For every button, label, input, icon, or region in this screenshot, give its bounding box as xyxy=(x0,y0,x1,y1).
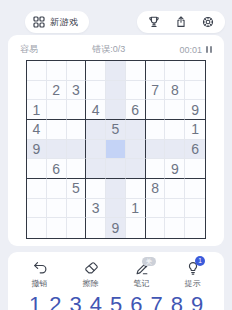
cell-r2c1[interactable] xyxy=(27,81,47,101)
cell-r9c5[interactable]: 9 xyxy=(106,218,126,238)
settings-gear-icon xyxy=(201,15,215,29)
cell-r2c6[interactable] xyxy=(126,81,146,101)
numpad-5[interactable]: 5 xyxy=(107,292,125,310)
cell-r2c7[interactable]: 7 xyxy=(146,81,166,101)
cell-r3c2[interactable] xyxy=(47,100,67,120)
cell-r7c4[interactable] xyxy=(86,179,106,199)
cell-r8c6[interactable]: 1 xyxy=(126,199,146,219)
cell-r6c6[interactable] xyxy=(126,159,146,179)
cell-r1c7[interactable] xyxy=(146,61,166,81)
undo-label: 撤销 xyxy=(32,278,48,289)
timer: 00:01 xyxy=(179,45,202,55)
erase-label: 擦除 xyxy=(83,278,99,289)
cell-r8c5[interactable] xyxy=(106,199,126,219)
cell-r2c9[interactable] xyxy=(185,81,205,101)
cell-r1c3[interactable] xyxy=(67,61,87,81)
cell-r3c7[interactable] xyxy=(146,100,166,120)
hint-label: 提示 xyxy=(185,278,201,289)
cell-r1c4[interactable] xyxy=(86,61,106,81)
numpad-4[interactable]: 4 xyxy=(87,292,105,310)
numpad-9[interactable]: 9 xyxy=(188,292,206,310)
cell-r2c4[interactable] xyxy=(86,81,106,101)
cell-r9c9[interactable] xyxy=(185,218,205,238)
cell-r6c2[interactable]: 6 xyxy=(47,159,67,179)
cell-r8c4[interactable]: 3 xyxy=(86,199,106,219)
mistakes-counter: 错误:0/3 xyxy=(38,43,179,56)
trophy-icon xyxy=(147,15,161,29)
cell-r8c2[interactable] xyxy=(47,199,67,219)
notes-badge: 关 xyxy=(142,257,157,266)
cell-r8c7[interactable] xyxy=(146,199,166,219)
cell-r7c1[interactable] xyxy=(27,179,47,199)
cell-r5c5[interactable] xyxy=(106,140,126,160)
cell-r3c4[interactable]: 4 xyxy=(86,100,106,120)
cell-r9c6[interactable] xyxy=(126,218,146,238)
cell-r9c7[interactable] xyxy=(146,218,166,238)
cell-r8c1[interactable] xyxy=(27,199,47,219)
cell-r9c8[interactable] xyxy=(165,218,185,238)
settings-button[interactable] xyxy=(201,15,215,29)
undo-icon xyxy=(31,260,49,276)
cell-r8c9[interactable] xyxy=(185,199,205,219)
numpad-8[interactable]: 8 xyxy=(168,292,186,310)
cell-r8c8[interactable] xyxy=(165,199,185,219)
tool-buttons: 撤销 擦除 关 笔记 1 xyxy=(14,258,218,289)
status-bar: 容易 错误:0/3 00:01 xyxy=(8,41,224,58)
cell-r9c4[interactable] xyxy=(86,218,106,238)
cell-r5c2[interactable] xyxy=(47,140,67,160)
cell-r6c8[interactable]: 9 xyxy=(165,159,185,179)
cell-r1c1[interactable] xyxy=(27,61,47,81)
cell-r5c1[interactable]: 9 xyxy=(27,140,47,160)
numpad: 123456789 xyxy=(14,289,218,310)
eraser-icon xyxy=(82,260,100,276)
difficulty-label: 容易 xyxy=(20,43,38,56)
notes-button[interactable]: 关 笔记 xyxy=(116,258,167,289)
cell-r3c5[interactable] xyxy=(106,100,126,120)
erase-button[interactable]: 擦除 xyxy=(65,258,116,289)
cell-r7c6[interactable] xyxy=(126,179,146,199)
cell-r7c9[interactable] xyxy=(185,179,205,199)
cell-r7c5[interactable] xyxy=(106,179,126,199)
cell-r9c2[interactable] xyxy=(47,218,67,238)
undo-button[interactable]: 撤销 xyxy=(14,258,65,289)
numpad-6[interactable]: 6 xyxy=(127,292,145,310)
cell-r6c9[interactable] xyxy=(185,159,205,179)
cell-r9c1[interactable] xyxy=(27,218,47,238)
numpad-3[interactable]: 3 xyxy=(67,292,85,310)
cell-r4c7[interactable] xyxy=(146,120,166,140)
numpad-2[interactable]: 2 xyxy=(46,292,64,310)
cell-r3c9[interactable]: 9 xyxy=(185,100,205,120)
trophy-button[interactable] xyxy=(147,15,161,29)
cell-r3c6[interactable]: 6 xyxy=(126,100,146,120)
hint-button[interactable]: 1 提示 xyxy=(167,258,218,289)
new-game-button[interactable]: 新游戏 xyxy=(25,11,89,33)
cell-r4c8[interactable] xyxy=(165,120,185,140)
cell-r3c8[interactable] xyxy=(165,100,185,120)
cell-r4c9[interactable]: 1 xyxy=(185,120,205,140)
cell-r1c5[interactable] xyxy=(106,61,126,81)
cell-r7c2[interactable] xyxy=(47,179,67,199)
cell-r4c5[interactable]: 5 xyxy=(106,120,126,140)
cell-r5c8[interactable] xyxy=(165,140,185,160)
top-bar: 新游戏 xyxy=(0,0,232,35)
cell-r6c1[interactable] xyxy=(27,159,47,179)
cell-r7c8[interactable] xyxy=(165,179,185,199)
cell-r2c3[interactable]: 3 xyxy=(67,81,87,101)
cell-r7c3[interactable]: 5 xyxy=(67,179,87,199)
cell-r3c1[interactable]: 1 xyxy=(27,100,47,120)
cell-r4c1[interactable]: 4 xyxy=(27,120,47,140)
cell-r1c6[interactable] xyxy=(126,61,146,81)
pause-button[interactable] xyxy=(206,46,212,53)
cell-r7c7[interactable]: 8 xyxy=(146,179,166,199)
game-card: 容易 错误:0/3 00:01 23781469451966958319 xyxy=(8,35,224,246)
cell-r4c2[interactable] xyxy=(47,120,67,140)
cell-r2c8[interactable]: 8 xyxy=(165,81,185,101)
cell-r6c5[interactable] xyxy=(106,159,126,179)
sudoku-app: 新游戏 xyxy=(0,0,232,310)
sudoku-board: 23781469451966958319 xyxy=(26,60,206,239)
cell-r1c8[interactable] xyxy=(165,61,185,81)
header-actions xyxy=(137,11,225,33)
numpad-7[interactable]: 7 xyxy=(148,292,166,310)
cell-r6c3[interactable] xyxy=(67,159,87,179)
cell-r4c6[interactable] xyxy=(126,120,146,140)
cell-r2c5[interactable] xyxy=(106,81,126,101)
apps-grid-icon xyxy=(33,16,45,28)
cell-r8c3[interactable] xyxy=(67,199,87,219)
cell-r6c7[interactable] xyxy=(146,159,166,179)
cell-r5c3[interactable] xyxy=(67,140,87,160)
cell-r3c3[interactable] xyxy=(67,100,87,120)
cell-r6c4[interactable] xyxy=(86,159,106,179)
new-game-label: 新游戏 xyxy=(50,16,79,29)
cell-r5c9[interactable]: 6 xyxy=(185,140,205,160)
numpad-1[interactable]: 1 xyxy=(26,292,44,310)
notes-label: 笔记 xyxy=(134,278,150,289)
cell-r1c2[interactable] xyxy=(47,61,67,81)
bottom-toolbar: 撤销 擦除 关 笔记 1 xyxy=(8,252,224,310)
cell-r4c3[interactable] xyxy=(67,120,87,140)
cell-r5c7[interactable] xyxy=(146,140,166,160)
cell-r2c2[interactable]: 2 xyxy=(47,81,67,101)
cell-r4c4[interactable] xyxy=(86,120,106,140)
cell-r1c9[interactable] xyxy=(185,61,205,81)
share-icon xyxy=(174,15,188,29)
cell-r5c4[interactable] xyxy=(86,140,106,160)
cell-r5c6[interactable] xyxy=(126,140,146,160)
cell-r9c3[interactable] xyxy=(67,218,87,238)
share-button[interactable] xyxy=(174,15,188,29)
hint-badge: 1 xyxy=(195,256,205,266)
